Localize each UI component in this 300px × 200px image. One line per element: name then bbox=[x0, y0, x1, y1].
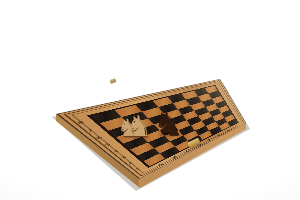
chess-board: ABCDEFGH 87654321 bbox=[56, 79, 246, 179]
hinge-icon bbox=[109, 78, 116, 84]
checkerboard-grid bbox=[87, 85, 239, 168]
product-photo-stage: ABCDEFGH 87654321 ♞♞♞♟ bbox=[0, 0, 300, 200]
